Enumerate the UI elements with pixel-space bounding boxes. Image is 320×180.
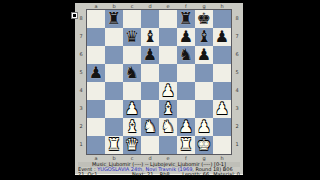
rank-label-right-7: 7 — [232, 27, 242, 45]
rank-label-left-2: 2 — [76, 117, 86, 135]
piece-white-bishop-c2: ♝ — [125, 118, 139, 136]
square-b8: ♜ — [105, 10, 123, 28]
chess-panel: abcdefgh 87654321 ♜♜♚♛♝♟♝♟♟♞♟♟♞♟♟♝♟♝♞♞♟♟… — [75, 3, 243, 175]
piece-white-king-g1: ♚ — [197, 136, 211, 154]
square-a3 — [87, 100, 105, 118]
square-f5 — [177, 64, 195, 82]
piece-black-knight-f6: ♞ — [179, 46, 193, 64]
piece-white-pawn-e4: ♟ — [161, 82, 175, 100]
square-e8 — [159, 10, 177, 28]
rank-label-right-8: 8 — [232, 9, 242, 27]
square-f3 — [177, 100, 195, 118]
square-c1: ♛ — [123, 136, 141, 154]
square-h5 — [213, 64, 231, 82]
square-a7 — [87, 28, 105, 46]
square-d1 — [141, 136, 159, 154]
move-info-line: 21. Qc1 Next: 21... Rb8 Length: 66 Mater… — [78, 172, 240, 177]
piece-black-king-g8: ♚ — [197, 10, 211, 28]
square-c8 — [123, 10, 141, 28]
piece-white-rook-b1: ♜ — [107, 136, 121, 154]
piece-black-pawn-a5: ♟ — [89, 64, 103, 82]
square-d6: ♟ — [141, 46, 159, 64]
file-label-bottom-h: h — [213, 155, 231, 161]
square-g7: ♝ — [195, 28, 213, 46]
square-g5 — [195, 64, 213, 82]
piece-black-pawn-h7: ♟ — [215, 28, 229, 46]
square-f4 — [177, 82, 195, 100]
rank-label-left-7: 7 — [76, 27, 86, 45]
file-label-bottom-d: d — [141, 155, 159, 161]
square-f2: ♟ — [177, 118, 195, 136]
rank-label-left-4: 4 — [76, 81, 86, 99]
square-c2: ♝ — [123, 118, 141, 136]
rank-label-right-4: 4 — [232, 81, 242, 99]
square-b2 — [105, 118, 123, 136]
file-label-bottom-c: c — [123, 155, 141, 161]
file-label-bottom-a: a — [87, 155, 105, 161]
square-h3: ♟ — [213, 100, 231, 118]
square-b4 — [105, 82, 123, 100]
file-label-bottom-f: f — [177, 155, 195, 161]
square-f6: ♞ — [177, 46, 195, 64]
square-e7 — [159, 28, 177, 46]
rank-label-left-3: 3 — [76, 99, 86, 117]
video-frame: abcdefgh 87654321 ♜♜♚♛♝♟♝♟♟♞♟♟♞♟♟♝♟♝♞♞♟♟… — [0, 0, 320, 180]
square-e5 — [159, 64, 177, 82]
side-to-move-indicator — [71, 12, 78, 19]
file-label-bottom-b: b — [105, 155, 123, 161]
square-e1 — [159, 136, 177, 154]
piece-black-rook-b8: ♜ — [107, 10, 121, 28]
rank-labels-left: 87654321 — [76, 9, 86, 155]
rank-label-right-2: 2 — [232, 117, 242, 135]
square-a2 — [87, 118, 105, 136]
piece-white-rook-f1: ♜ — [179, 136, 193, 154]
piece-white-pawn-f2: ♟ — [179, 118, 193, 136]
rank-label-left-1: 1 — [76, 135, 86, 153]
square-a1 — [87, 136, 105, 154]
square-a5: ♟ — [87, 64, 105, 82]
current-move: 21. Qc1 — [78, 172, 132, 177]
square-b7 — [105, 28, 123, 46]
rank-label-left-6: 6 — [76, 45, 86, 63]
square-d5 — [141, 64, 159, 82]
square-c5: ♞ — [123, 64, 141, 82]
square-g2: ♟ — [195, 118, 213, 136]
square-f1: ♜ — [177, 136, 195, 154]
square-b1: ♜ — [105, 136, 123, 154]
piece-white-knight-d2: ♞ — [143, 118, 157, 136]
square-g4 — [195, 82, 213, 100]
square-a4 — [87, 82, 105, 100]
material-balance: Material: 0 — [213, 172, 240, 177]
square-b3 — [105, 100, 123, 118]
square-d7: ♝ — [141, 28, 159, 46]
piece-white-pawn-h3: ♟ — [215, 100, 229, 118]
piece-white-bishop-e3: ♝ — [161, 100, 175, 118]
rank-labels-right: 87654321 — [232, 9, 242, 155]
rank-label-right-1: 1 — [232, 135, 242, 153]
square-c3: ♟ — [123, 100, 141, 118]
square-g6: ♟ — [195, 46, 213, 64]
square-d3 — [141, 100, 159, 118]
square-d4 — [141, 82, 159, 100]
square-c4 — [123, 82, 141, 100]
rank-label-right-3: 3 — [232, 99, 242, 117]
square-e6 — [159, 46, 177, 64]
piece-white-pawn-c3: ♟ — [125, 100, 139, 118]
square-h4 — [213, 82, 231, 100]
rank-label-left-5: 5 — [76, 63, 86, 81]
piece-white-pawn-g2: ♟ — [197, 118, 211, 136]
square-b6 — [105, 46, 123, 64]
piece-black-bishop-d7: ♝ — [143, 28, 157, 46]
rank-label-right-5: 5 — [232, 63, 242, 81]
piece-white-knight-e2: ♞ — [161, 118, 175, 136]
square-e3: ♝ — [159, 100, 177, 118]
piece-black-rook-f8: ♜ — [179, 10, 193, 28]
square-g3 — [195, 100, 213, 118]
black-to-move-square — [73, 14, 76, 17]
square-a6 — [87, 46, 105, 64]
next-move: Next: 21... Rb8 — [132, 172, 182, 177]
file-label-bottom-g: g — [195, 155, 213, 161]
square-f8: ♜ — [177, 10, 195, 28]
square-h7: ♟ — [213, 28, 231, 46]
file-label-bottom-e: e — [159, 155, 177, 161]
piece-black-queen-c7: ♛ — [125, 28, 139, 46]
square-h8 — [213, 10, 231, 28]
file-labels-bottom: abcdefgh — [75, 155, 243, 161]
square-c6 — [123, 46, 141, 64]
rank-label-right-6: 6 — [232, 45, 242, 63]
square-b5 — [105, 64, 123, 82]
square-d2: ♞ — [141, 118, 159, 136]
square-a8 — [87, 10, 105, 28]
piece-black-bishop-g7: ♝ — [197, 28, 211, 46]
square-h2 — [213, 118, 231, 136]
square-g1: ♚ — [195, 136, 213, 154]
square-g8: ♚ — [195, 10, 213, 28]
square-d8 — [141, 10, 159, 28]
game-length: Length: 66 — [182, 172, 213, 177]
game-info: Music_Ljubomir (----) -- Ljubojevic_Ljub… — [75, 161, 243, 177]
square-h6 — [213, 46, 231, 64]
square-e2: ♞ — [159, 118, 177, 136]
board: ♜♜♚♛♝♟♝♟♟♞♟♟♞♟♟♝♟♝♞♞♟♟♜♛♜♚ — [86, 9, 232, 155]
piece-black-knight-c5: ♞ — [125, 64, 139, 82]
square-h1 — [213, 136, 231, 154]
square-c7: ♛ — [123, 28, 141, 46]
piece-black-pawn-d6: ♟ — [143, 46, 157, 64]
piece-black-pawn-g6: ♟ — [197, 46, 211, 64]
square-f7: ♟ — [177, 28, 195, 46]
piece-white-queen-c1: ♛ — [125, 136, 139, 154]
square-e4: ♟ — [159, 82, 177, 100]
piece-black-pawn-f7: ♟ — [179, 28, 193, 46]
